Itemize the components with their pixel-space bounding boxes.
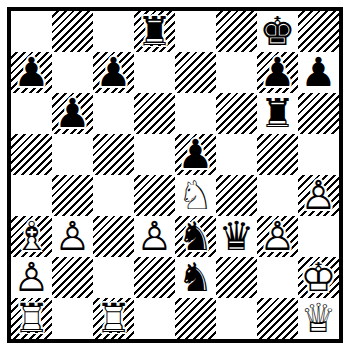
white-pawn-glyph: ♙ [52,216,93,257]
piece-white-pawn-h4[interactable]: ♟♙ [298,175,339,216]
square-b6[interactable]: ♟♟ [52,93,93,134]
white-king-glyph: ♔ [298,257,339,298]
black-pawn-glyph: ♟ [298,52,339,93]
chess-board: ♜♜♚♚♟♟♟♟♟♟♟♟♟♟♜♜♟♟♞♘♟♙♝♗♟♙♟♙♞♞♛♛♟♙♟♙♞♞♚♔… [7,7,343,343]
square-f3[interactable]: ♛♛ [216,216,257,257]
black-rook-glyph: ♜ [134,11,175,52]
piece-white-pawn-a2[interactable]: ♟♙ [11,257,52,298]
piece-black-pawn-b6[interactable]: ♟♟ [52,93,93,134]
square-h7[interactable]: ♟♟ [298,52,339,93]
square-f5[interactable] [216,134,257,175]
black-pawn-glyph: ♟ [52,93,93,134]
white-queen-glyph: ♕ [298,298,339,339]
piece-white-rook-c1[interactable]: ♜♖ [93,298,134,339]
square-e2[interactable]: ♞♞ [175,257,216,298]
square-c8[interactable] [93,11,134,52]
square-d2[interactable] [134,257,175,298]
square-g3[interactable]: ♟♙ [257,216,298,257]
piece-white-pawn-g3[interactable]: ♟♙ [257,216,298,257]
square-h8[interactable] [298,11,339,52]
piece-black-king-g8[interactable]: ♚♚ [257,11,298,52]
square-d4[interactable] [134,175,175,216]
square-g1[interactable] [257,298,298,339]
square-c3[interactable] [93,216,134,257]
chess-board-grid: ♜♜♚♚♟♟♟♟♟♟♟♟♟♟♜♜♟♟♞♘♟♙♝♗♟♙♟♙♞♞♛♛♟♙♟♙♞♞♚♔… [11,11,339,339]
white-bishop-glyph: ♗ [11,216,52,257]
square-h2[interactable]: ♚♔ [298,257,339,298]
square-e5[interactable]: ♟♟ [175,134,216,175]
piece-black-pawn-e5[interactable]: ♟♟ [175,134,216,175]
white-rook-glyph: ♖ [11,298,52,339]
square-c6[interactable] [93,93,134,134]
square-b4[interactable] [52,175,93,216]
square-d8[interactable]: ♜♜ [134,11,175,52]
square-e7[interactable] [175,52,216,93]
piece-black-pawn-a7[interactable]: ♟♟ [11,52,52,93]
square-f6[interactable] [216,93,257,134]
square-e1[interactable] [175,298,216,339]
white-knight-glyph: ♘ [175,175,216,216]
square-e8[interactable] [175,11,216,52]
square-g6[interactable]: ♜♜ [257,93,298,134]
square-d7[interactable] [134,52,175,93]
square-d3[interactable]: ♟♙ [134,216,175,257]
square-h3[interactable] [298,216,339,257]
square-b1[interactable] [52,298,93,339]
square-h5[interactable] [298,134,339,175]
piece-black-pawn-g7[interactable]: ♟♟ [257,52,298,93]
square-a2[interactable]: ♟♙ [11,257,52,298]
white-rook-glyph: ♖ [93,298,134,339]
square-d5[interactable] [134,134,175,175]
piece-white-king-h2[interactable]: ♚♔ [298,257,339,298]
square-h6[interactable] [298,93,339,134]
piece-white-rook-a1[interactable]: ♜♖ [11,298,52,339]
black-pawn-glyph: ♟ [175,134,216,175]
square-g2[interactable] [257,257,298,298]
square-f1[interactable] [216,298,257,339]
piece-white-knight-e4[interactable]: ♞♘ [175,175,216,216]
square-a7[interactable]: ♟♟ [11,52,52,93]
black-rook-glyph: ♜ [257,93,298,134]
square-g7[interactable]: ♟♟ [257,52,298,93]
piece-white-queen-h1[interactable]: ♛♕ [298,298,339,339]
piece-black-queen-f3[interactable]: ♛♛ [216,216,257,257]
white-pawn-glyph: ♙ [134,216,175,257]
square-g5[interactable] [257,134,298,175]
white-pawn-glyph: ♙ [298,175,339,216]
square-c4[interactable] [93,175,134,216]
white-pawn-glyph: ♙ [11,257,52,298]
square-a6[interactable] [11,93,52,134]
black-knight-glyph: ♞ [175,257,216,298]
square-c2[interactable] [93,257,134,298]
square-b7[interactable] [52,52,93,93]
black-king-glyph: ♚ [257,11,298,52]
square-f8[interactable] [216,11,257,52]
black-queen-glyph: ♛ [216,216,257,257]
piece-black-knight-e2[interactable]: ♞♞ [175,257,216,298]
square-a5[interactable] [11,134,52,175]
square-h4[interactable]: ♟♙ [298,175,339,216]
square-a3[interactable]: ♝♗ [11,216,52,257]
square-g4[interactable] [257,175,298,216]
square-c1[interactable]: ♜♖ [93,298,134,339]
square-e3[interactable]: ♞♞ [175,216,216,257]
piece-white-pawn-d3[interactable]: ♟♙ [134,216,175,257]
black-pawn-glyph: ♟ [11,52,52,93]
square-c7[interactable]: ♟♟ [93,52,134,93]
square-a8[interactable] [11,11,52,52]
square-e6[interactable] [175,93,216,134]
black-pawn-glyph: ♟ [257,52,298,93]
square-d6[interactable] [134,93,175,134]
square-d1[interactable] [134,298,175,339]
square-e4[interactable]: ♞♘ [175,175,216,216]
piece-white-pawn-b3[interactable]: ♟♙ [52,216,93,257]
square-f2[interactable] [216,257,257,298]
square-a1[interactable]: ♜♖ [11,298,52,339]
square-b2[interactable] [52,257,93,298]
piece-black-pawn-c7[interactable]: ♟♟ [93,52,134,93]
black-pawn-glyph: ♟ [93,52,134,93]
square-g8[interactable]: ♚♚ [257,11,298,52]
square-a4[interactable] [11,175,52,216]
square-b3[interactable]: ♟♙ [52,216,93,257]
square-f7[interactable] [216,52,257,93]
piece-black-rook-g6[interactable]: ♜♜ [257,93,298,134]
piece-black-knight-e3[interactable]: ♞♞ [175,216,216,257]
square-c5[interactable] [93,134,134,175]
piece-black-rook-d8[interactable]: ♜♜ [134,11,175,52]
piece-white-bishop-a3[interactable]: ♝♗ [11,216,52,257]
white-pawn-glyph: ♙ [257,216,298,257]
square-b5[interactable] [52,134,93,175]
square-h1[interactable]: ♛♕ [298,298,339,339]
piece-black-pawn-h7[interactable]: ♟♟ [298,52,339,93]
square-f4[interactable] [216,175,257,216]
black-knight-glyph: ♞ [175,216,216,257]
square-b8[interactable] [52,11,93,52]
